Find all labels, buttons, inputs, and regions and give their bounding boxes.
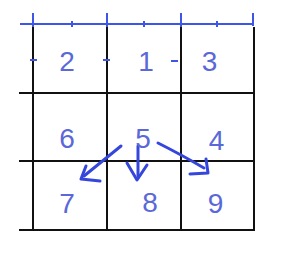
cell-value: 8	[142, 189, 158, 217]
cell-value: 9	[208, 190, 224, 218]
cell-r3c3: 9	[181, 161, 254, 230]
cell-r1c3: 3	[181, 24, 254, 93]
cell-value: 7	[59, 190, 75, 218]
cell-r2c3: 4	[181, 93, 254, 161]
cell-value: 2	[59, 48, 75, 76]
cell-r1c1: 2	[33, 24, 107, 93]
cell-value: 4	[209, 127, 225, 155]
board-grid: 2 1 3 6 5 4 7 8 9	[33, 24, 254, 230]
cell-r2c1: 6	[33, 93, 107, 161]
cell-r3c2: 8	[107, 161, 181, 230]
cell-r1c2: 1	[107, 24, 181, 93]
cell-value: 6	[59, 125, 75, 153]
board-diagram: 2 1 3 6 5 4 7 8 9	[0, 0, 296, 253]
cell-value: 5	[135, 125, 151, 153]
cell-r3c1: 7	[33, 161, 107, 230]
cell-r2c2: 5	[107, 93, 181, 161]
cell-value: 3	[202, 48, 218, 76]
cell-value: 1	[138, 48, 154, 76]
